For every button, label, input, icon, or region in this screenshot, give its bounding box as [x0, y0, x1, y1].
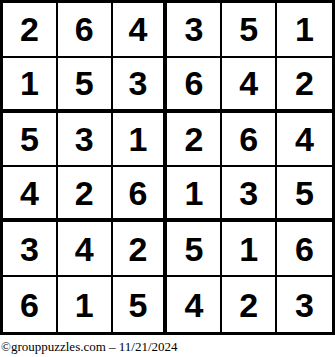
cell-r5c2: 4: [58, 222, 113, 277]
cell-r3c3: 1: [113, 113, 168, 168]
cell-r3c1: 5: [3, 113, 58, 168]
cell-r6c2: 1: [58, 277, 113, 332]
cell-r4c5: 3: [222, 167, 277, 222]
cell-r3c4: 2: [167, 113, 222, 168]
cell-r3c2: 3: [58, 113, 113, 168]
cell-r1c6: 1: [277, 3, 332, 58]
cell-r1c1: 2: [3, 3, 58, 58]
cell-r2c1: 1: [3, 58, 58, 113]
cell-r2c3: 3: [113, 58, 168, 113]
cell-r4c4: 1: [167, 167, 222, 222]
cell-r6c4: 4: [167, 277, 222, 332]
cell-r2c6: 2: [277, 58, 332, 113]
cell-r2c4: 6: [167, 58, 222, 113]
cell-r6c1: 6: [3, 277, 58, 332]
cell-r6c5: 2: [222, 277, 277, 332]
cell-r5c3: 2: [113, 222, 168, 277]
cell-r5c6: 6: [277, 222, 332, 277]
cell-r3c5: 6: [222, 113, 277, 168]
cell-r5c1: 3: [3, 222, 58, 277]
sudoku-board: 2 6 4 3 5 1 1 5 3 6 4 2 5 3 1 2 6 4 4 2 …: [0, 0, 335, 335]
cell-r1c5: 5: [222, 3, 277, 58]
cell-r4c2: 2: [58, 167, 113, 222]
cell-r4c6: 5: [277, 167, 332, 222]
cell-r6c6: 3: [277, 277, 332, 332]
cell-r4c3: 6: [113, 167, 168, 222]
cell-r1c2: 6: [58, 3, 113, 58]
copyright-footer: ©grouppuzzles.com – 11/21/2024: [1, 339, 178, 355]
cell-r6c3: 5: [113, 277, 168, 332]
cell-r5c5: 1: [222, 222, 277, 277]
cell-r2c2: 5: [58, 58, 113, 113]
cell-r4c1: 4: [3, 167, 58, 222]
cell-r5c4: 5: [167, 222, 222, 277]
puzzle-page: 2 6 4 3 5 1 1 5 3 6 4 2 5 3 1 2 6 4 4 2 …: [0, 0, 335, 357]
cell-r3c6: 4: [277, 113, 332, 168]
cell-r1c3: 4: [113, 3, 168, 58]
cell-r2c5: 4: [222, 58, 277, 113]
cell-r1c4: 3: [167, 3, 222, 58]
